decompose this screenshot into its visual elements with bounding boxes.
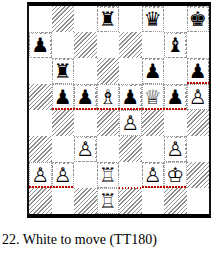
piece-white-rook: ♖ <box>98 190 118 213</box>
square-c6 <box>74 58 97 84</box>
square-h8: ♚ <box>187 6 210 32</box>
square-h2 <box>187 162 210 188</box>
square-g5: ♟ <box>164 84 187 110</box>
square-e5: ♟ <box>119 84 142 110</box>
square-a2: ♙ <box>29 162 52 188</box>
piece-black-pawn: ♟ <box>120 86 140 109</box>
square-a4 <box>29 110 52 136</box>
square-b5: ♟ <box>52 84 75 110</box>
square-g3: ♙ <box>164 136 187 162</box>
piece-black-rook: ♜ <box>53 60 73 83</box>
square-b2: ♙ <box>52 162 75 188</box>
square-c2 <box>74 162 97 188</box>
square-e6 <box>119 58 142 84</box>
square-d6 <box>97 58 120 84</box>
square-a1 <box>29 188 52 214</box>
square-b3 <box>52 136 75 162</box>
square-e8 <box>119 6 142 32</box>
square-b4 <box>52 110 75 136</box>
square-d5: ♗ <box>97 84 120 110</box>
square-f5: ♕ <box>142 84 165 110</box>
square-f7 <box>142 32 165 58</box>
piece-white-king: ♔ <box>165 164 185 187</box>
square-f6: ♟ <box>142 58 165 84</box>
square-e3 <box>119 136 142 162</box>
square-e7 <box>119 32 142 58</box>
square-d1: ♖ <box>97 188 120 214</box>
piece-black-pawn: ♟ <box>143 60 163 83</box>
square-f2: ♙ <box>142 162 165 188</box>
square-c1 <box>74 188 97 214</box>
board-grid: ♜♛♚♟♝♜♟♟♟♟♗♟♕♟♙♙♙♙♙♙♖♙♔♖ <box>29 6 209 214</box>
piece-white-pawn: ♙ <box>120 112 140 135</box>
piece-black-bishop: ♝ <box>165 34 185 57</box>
piece-black-pawn: ♟ <box>30 34 50 57</box>
piece-white-pawn: ♙ <box>165 138 185 161</box>
square-d8: ♜ <box>97 6 120 32</box>
square-b1 <box>52 188 75 214</box>
square-a6 <box>29 58 52 84</box>
piece-white-pawn: ♙ <box>188 86 208 109</box>
piece-black-pawn: ♟ <box>75 86 95 109</box>
piece-white-pawn: ♙ <box>53 164 73 187</box>
square-b7 <box>52 32 75 58</box>
square-c5: ♟ <box>74 84 97 110</box>
square-b8 <box>52 6 75 32</box>
square-d2: ♖ <box>97 162 120 188</box>
piece-black-pawn: ♟ <box>188 60 208 83</box>
square-h3 <box>187 136 210 162</box>
square-a5 <box>29 84 52 110</box>
square-e1 <box>119 188 142 214</box>
square-f1 <box>142 188 165 214</box>
square-g6 <box>164 58 187 84</box>
square-a8 <box>29 6 52 32</box>
piece-white-bishop: ♗ <box>98 86 118 109</box>
piece-black-rook: ♜ <box>98 8 118 31</box>
square-f4 <box>142 110 165 136</box>
square-a3 <box>29 136 52 162</box>
square-a7: ♟ <box>29 32 52 58</box>
piece-white-pawn: ♙ <box>75 138 95 161</box>
square-d3 <box>97 136 120 162</box>
square-e4: ♙ <box>119 110 142 136</box>
square-g4 <box>164 110 187 136</box>
square-h5: ♙ <box>187 84 210 110</box>
square-f8: ♛ <box>142 6 165 32</box>
square-h4 <box>187 110 210 136</box>
square-g2: ♔ <box>164 162 187 188</box>
square-e2 <box>119 162 142 188</box>
piece-white-rook: ♖ <box>98 164 118 187</box>
square-c3: ♙ <box>74 136 97 162</box>
square-g7: ♝ <box>164 32 187 58</box>
piece-black-king: ♚ <box>188 8 208 31</box>
square-g1 <box>164 188 187 214</box>
piece-white-queen: ♕ <box>143 86 163 109</box>
square-h6: ♟ <box>187 58 210 84</box>
piece-white-pawn: ♙ <box>143 164 163 187</box>
square-h7 <box>187 32 210 58</box>
piece-white-pawn: ♙ <box>30 164 50 187</box>
square-b6: ♜ <box>52 58 75 84</box>
square-d7 <box>97 32 120 58</box>
piece-black-pawn: ♟ <box>165 86 185 109</box>
square-g8 <box>164 6 187 32</box>
square-c8 <box>74 6 97 32</box>
diagram-caption: 22. White to move (TT180) <box>2 232 157 248</box>
piece-black-queen: ♛ <box>143 8 163 31</box>
square-h1 <box>187 188 210 214</box>
piece-black-pawn: ♟ <box>53 86 73 109</box>
square-d4 <box>97 110 120 136</box>
square-f3 <box>142 136 165 162</box>
square-c4 <box>74 110 97 136</box>
square-c7 <box>74 32 97 58</box>
chess-board: ♜♛♚♟♝♜♟♟♟♟♗♟♕♟♙♙♙♙♙♙♖♙♔♖ <box>27 2 211 218</box>
